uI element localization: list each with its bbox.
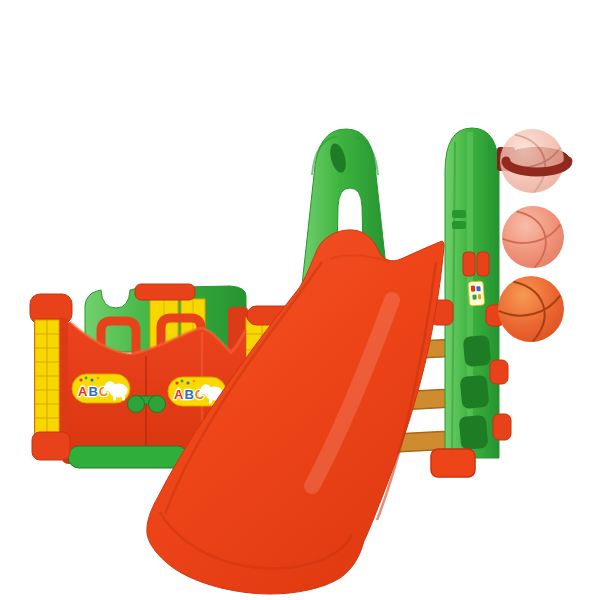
sticker-mark (476, 286, 480, 291)
playset-illustration: ABC (0, 0, 600, 600)
ball-body (498, 276, 564, 342)
sticker-bg (468, 281, 485, 306)
ladder-slot (459, 415, 489, 450)
abc-decal-left (72, 374, 130, 403)
red-knob (493, 414, 511, 440)
left-post-foot (32, 432, 70, 460)
red-knob (490, 360, 508, 384)
ball-bottom (491, 269, 571, 348)
sticker-mark (472, 294, 476, 299)
ball-body (502, 206, 564, 268)
sticker-mark (478, 294, 481, 299)
red-knob (477, 252, 489, 276)
ball-middle (496, 200, 571, 274)
molded-vent (452, 221, 466, 229)
sticker-mark (471, 286, 475, 292)
top-connector (135, 284, 195, 300)
ladder-foot (431, 449, 475, 477)
base-rail-green (68, 446, 188, 468)
ladder-slot (463, 335, 492, 367)
basketball-hoop-and-balls (491, 123, 571, 349)
abc-sticker-icon (468, 281, 485, 306)
handle-knob (149, 396, 166, 413)
ladder-slot (460, 375, 490, 409)
molded-vent (452, 210, 466, 218)
red-knob (463, 252, 475, 276)
product-image: ABC (0, 0, 600, 600)
handle-knob (128, 396, 145, 413)
